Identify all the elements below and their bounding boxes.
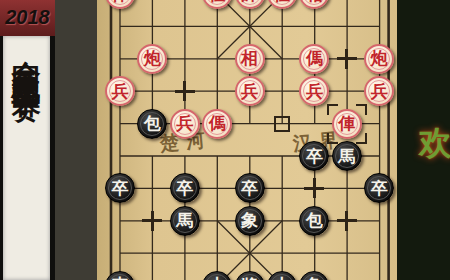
piece-glyph: 馬 [176,209,193,232]
piece-black-將-e9[interactable]: 將 [235,271,265,280]
piece-black-包-g7[interactable]: 包 [299,206,329,236]
piece-red-兵-i3[interactable]: 兵 [364,76,394,106]
point-marker-g6 [303,177,325,199]
piece-red-相-e2[interactable]: 相 [235,44,265,74]
piece-glyph: 相 [306,0,323,6]
piece-glyph: 馬 [338,145,355,168]
piece-glyph: 卒 [112,177,129,200]
point-marker-h2 [336,48,358,70]
piece-red-炮-b2[interactable]: 炮 [137,44,167,74]
piece-glyph: 士 [274,274,291,280]
piece-glyph: 卒 [176,177,193,200]
piece-red-仕-d0[interactable]: 仕 [202,0,232,9]
piece-red-傌-d4[interactable]: 傌 [202,109,232,139]
piece-red-兵-g3[interactable]: 兵 [299,76,329,106]
piece-red-炮-i2[interactable]: 炮 [364,44,394,74]
piece-red-俥-a0[interactable]: 俥 [105,0,135,9]
board-layer: 俥仕帥仕相炮相傌炮兵兵兵兵兵傌俥包卒馬卒卒卒卒馬象包車士將士象 [0,0,450,280]
piece-glyph: 炮 [144,47,161,70]
last-move-bracket [327,104,367,144]
piece-glyph: 仕 [209,0,226,6]
piece-glyph: 傌 [306,47,323,70]
piece-glyph: 兵 [241,80,258,103]
piece-glyph: 包 [306,209,323,232]
piece-glyph: 炮 [371,47,388,70]
watermark-char: 欢 [419,121,450,166]
piece-glyph: 兵 [112,80,129,103]
piece-black-士-d9[interactable]: 士 [202,271,232,280]
piece-red-兵-e3[interactable]: 兵 [235,76,265,106]
screen: 2018 全国象棋国手赛 楚河 汉界 俥仕帥仕相炮相傌炮兵兵 [0,0,450,280]
piece-black-卒-g5[interactable]: 卒 [299,141,329,171]
piece-black-車-a9[interactable]: 車 [105,271,135,280]
piece-black-卒-a6[interactable]: 卒 [105,173,135,203]
bracket-corner-bl [327,133,338,144]
piece-glyph: 俥 [112,0,129,6]
piece-glyph: 兵 [306,80,323,103]
piece-red-傌-g2[interactable]: 傌 [299,44,329,74]
piece-glyph: 包 [144,112,161,135]
piece-glyph: 帥 [241,0,258,6]
bracket-corner-br [356,133,367,144]
piece-glyph: 兵 [371,80,388,103]
piece-glyph: 卒 [306,145,323,168]
piece-glyph: 卒 [241,177,258,200]
bracket-corner-tl [327,104,338,115]
piece-red-仕-f0[interactable]: 仕 [267,0,297,9]
piece-black-象-g9[interactable]: 象 [299,271,329,280]
piece-black-士-f9[interactable]: 士 [267,271,297,280]
piece-glyph: 相 [241,47,258,70]
piece-red-兵-a3[interactable]: 兵 [105,76,135,106]
piece-glyph: 車 [112,274,129,280]
piece-black-卒-e6[interactable]: 卒 [235,173,265,203]
piece-black-馬-c7[interactable]: 馬 [170,206,200,236]
piece-glyph: 將 [241,274,258,280]
piece-glyph: 仕 [274,0,291,6]
bracket-corner-tr [356,104,367,115]
piece-black-卒-i6[interactable]: 卒 [364,173,394,203]
piece-black-包-b4[interactable]: 包 [137,109,167,139]
piece-black-象-e7[interactable]: 象 [235,206,265,236]
last-move-square [274,116,290,132]
piece-black-卒-c6[interactable]: 卒 [170,173,200,203]
piece-red-兵-c4[interactable]: 兵 [170,109,200,139]
piece-glyph: 士 [209,274,226,280]
piece-glyph: 象 [306,274,323,280]
piece-glyph: 兵 [176,112,193,135]
piece-black-馬-h5[interactable]: 馬 [332,141,362,171]
point-marker-h7 [336,210,358,232]
piece-red-相-g0[interactable]: 相 [299,0,329,9]
point-marker-b7 [141,210,163,232]
piece-glyph: 傌 [209,112,226,135]
piece-red-帥-e0[interactable]: 帥 [235,0,265,9]
piece-glyph: 卒 [371,177,388,200]
piece-glyph: 象 [241,209,258,232]
point-marker-c3 [174,80,196,102]
